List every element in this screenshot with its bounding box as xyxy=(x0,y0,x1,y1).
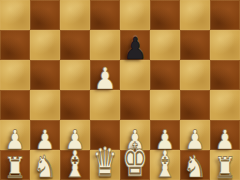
square-d6[interactable] xyxy=(90,0,120,30)
square-e3[interactable] xyxy=(120,90,150,120)
square-a1[interactable]: ♜ xyxy=(0,150,30,180)
chess-board: ♟♟♟♟♟♟♟♟♟♜♞♝♛♚♝♞♜ xyxy=(0,0,240,180)
square-h5[interactable] xyxy=(210,30,240,60)
square-e5[interactable]: ♟ xyxy=(120,30,150,60)
square-a3[interactable] xyxy=(0,90,30,120)
square-g3[interactable] xyxy=(180,90,210,120)
square-a2[interactable]: ♟ xyxy=(0,120,30,150)
square-c6[interactable] xyxy=(60,0,90,30)
square-d4[interactable]: ♟ xyxy=(90,60,120,90)
square-c5[interactable] xyxy=(60,30,90,60)
square-b6[interactable] xyxy=(30,0,60,30)
square-b4[interactable] xyxy=(30,60,60,90)
square-c1[interactable]: ♝ xyxy=(60,150,90,180)
black-pawn-e5[interactable]: ♟ xyxy=(121,33,150,63)
white-rook-h1[interactable]: ♜ xyxy=(211,153,240,180)
square-b5[interactable] xyxy=(30,30,60,60)
square-h6[interactable] xyxy=(210,0,240,30)
square-e6[interactable] xyxy=(120,0,150,30)
square-d1[interactable]: ♛ xyxy=(90,150,120,180)
square-c3[interactable] xyxy=(60,90,90,120)
square-f4[interactable] xyxy=(150,60,180,90)
white-queen-d1[interactable]: ♛ xyxy=(92,143,119,180)
square-b3[interactable] xyxy=(30,90,60,120)
square-a5[interactable] xyxy=(0,30,30,60)
white-pawn-d4[interactable]: ♟ xyxy=(91,63,120,93)
white-bishop-f1[interactable]: ♝ xyxy=(152,146,178,180)
square-g4[interactable] xyxy=(180,60,210,90)
square-a4[interactable] xyxy=(0,60,30,90)
square-g5[interactable] xyxy=(180,30,210,60)
square-c4[interactable] xyxy=(60,60,90,90)
square-g6[interactable] xyxy=(180,0,210,30)
square-g2[interactable]: ♟ xyxy=(180,120,210,150)
white-pawn-h2[interactable]: ♟ xyxy=(211,126,240,153)
square-b1[interactable]: ♞ xyxy=(30,150,60,180)
white-knight-b1[interactable]: ♞ xyxy=(31,152,60,180)
square-b2[interactable]: ♟ xyxy=(30,120,60,150)
square-g1[interactable]: ♞ xyxy=(180,150,210,180)
square-f3[interactable] xyxy=(150,90,180,120)
square-e1[interactable]: ♚ xyxy=(120,150,150,180)
square-f6[interactable] xyxy=(150,0,180,30)
square-f5[interactable] xyxy=(150,30,180,60)
white-rook-a1[interactable]: ♜ xyxy=(1,153,30,180)
white-knight-g1[interactable]: ♞ xyxy=(181,152,210,180)
square-h2[interactable]: ♟ xyxy=(210,120,240,150)
chess-app-screen: ♟♟♟♟♟♟♟♟♟♜♞♝♛♚♝♞♜ xyxy=(0,0,240,180)
white-king-e1[interactable]: ♚ xyxy=(122,136,148,180)
square-h3[interactable] xyxy=(210,90,240,120)
square-h4[interactable] xyxy=(210,60,240,90)
square-a6[interactable] xyxy=(0,0,30,30)
square-h1[interactable]: ♜ xyxy=(210,150,240,180)
square-d5[interactable] xyxy=(90,30,120,60)
square-f1[interactable]: ♝ xyxy=(150,150,180,180)
white-bishop-c1[interactable]: ♝ xyxy=(62,146,88,180)
white-pawn-a2[interactable]: ♟ xyxy=(1,126,30,153)
